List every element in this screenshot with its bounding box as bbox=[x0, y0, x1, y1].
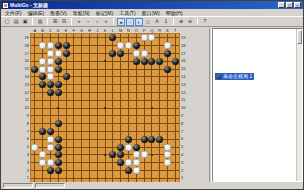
board-intersection[interactable] bbox=[39, 50, 47, 58]
board-intersection[interactable] bbox=[93, 65, 101, 73]
help-button[interactable]: ? bbox=[201, 18, 209, 26]
board-intersection[interactable] bbox=[125, 120, 133, 128]
board-intersection[interactable] bbox=[117, 128, 125, 136]
board-intersection[interactable] bbox=[39, 81, 47, 89]
board-intersection[interactable] bbox=[132, 73, 140, 81]
board-intersection[interactable] bbox=[125, 50, 133, 58]
board-intersection[interactable] bbox=[132, 65, 140, 73]
board-intersection[interactable] bbox=[140, 135, 148, 143]
board-intersection[interactable] bbox=[54, 65, 62, 73]
black-stone[interactable] bbox=[133, 144, 140, 151]
board-intersection[interactable] bbox=[54, 135, 62, 143]
board-intersection[interactable] bbox=[86, 128, 94, 136]
board-intersection[interactable] bbox=[93, 73, 101, 81]
zoom-in-button[interactable]: ⊕ bbox=[177, 18, 185, 26]
board-intersection[interactable] bbox=[101, 135, 109, 143]
board-intersection[interactable] bbox=[132, 89, 140, 97]
board-intersection[interactable] bbox=[148, 112, 156, 120]
board-intersection[interactable] bbox=[86, 57, 94, 65]
board-intersection[interactable] bbox=[109, 73, 117, 81]
menu-item[interactable]: 工具(T) bbox=[116, 9, 138, 17]
board-intersection[interactable] bbox=[132, 42, 140, 50]
black-stone[interactable] bbox=[55, 167, 62, 174]
board-intersection[interactable] bbox=[156, 96, 164, 104]
black-stone[interactable] bbox=[55, 136, 62, 143]
board-intersection[interactable] bbox=[93, 81, 101, 89]
board-intersection[interactable] bbox=[117, 151, 125, 159]
black-stone[interactable] bbox=[117, 159, 124, 166]
board-intersection[interactable] bbox=[109, 167, 117, 175]
menu-item[interactable]: 窗口(W) bbox=[139, 9, 163, 17]
tree-node-selected[interactable]: 未命名棋局 1 bbox=[215, 73, 254, 80]
white-stone[interactable] bbox=[125, 42, 132, 49]
board-intersection[interactable] bbox=[117, 73, 125, 81]
board-intersection[interactable] bbox=[47, 57, 55, 65]
board-intersection[interactable] bbox=[125, 174, 133, 182]
board-intersection[interactable] bbox=[39, 57, 47, 65]
board-intersection[interactable] bbox=[39, 120, 47, 128]
white-stone[interactable] bbox=[47, 50, 54, 57]
play-white-button[interactable]: ○ bbox=[126, 18, 134, 26]
board-intersection[interactable] bbox=[39, 174, 47, 182]
board-intersection[interactable] bbox=[78, 174, 86, 182]
board-intersection[interactable] bbox=[39, 112, 47, 120]
black-stone[interactable] bbox=[63, 50, 70, 57]
menu-item[interactable]: 查看(V) bbox=[47, 9, 70, 17]
board-intersection[interactable] bbox=[109, 151, 117, 159]
white-stone[interactable] bbox=[164, 159, 171, 166]
board-intersection[interactable] bbox=[156, 112, 164, 120]
board-intersection[interactable] bbox=[70, 81, 78, 89]
black-stone[interactable] bbox=[47, 167, 54, 174]
board-intersection[interactable] bbox=[47, 151, 55, 159]
board-intersection[interactable] bbox=[125, 42, 133, 50]
board-intersection[interactable] bbox=[62, 73, 70, 81]
board-intersection[interactable] bbox=[156, 151, 164, 159]
board-intersection[interactable] bbox=[148, 128, 156, 136]
board-intersection[interactable] bbox=[101, 96, 109, 104]
black-stone[interactable] bbox=[55, 144, 62, 151]
black-stone[interactable] bbox=[148, 136, 155, 143]
board-intersection[interactable] bbox=[164, 104, 172, 112]
board-intersection[interactable] bbox=[86, 151, 94, 159]
board-intersection[interactable] bbox=[164, 81, 172, 89]
board-intersection[interactable] bbox=[109, 120, 117, 128]
play-black-button[interactable]: ● bbox=[117, 18, 125, 26]
black-stone[interactable] bbox=[47, 128, 54, 135]
board-intersection[interactable] bbox=[78, 34, 86, 42]
board-intersection[interactable] bbox=[148, 73, 156, 81]
board-intersection[interactable] bbox=[93, 120, 101, 128]
board-intersection[interactable] bbox=[39, 34, 47, 42]
board-intersection[interactable] bbox=[47, 104, 55, 112]
white-stone[interactable] bbox=[47, 58, 54, 65]
board-intersection[interactable] bbox=[93, 89, 101, 97]
board-intersection[interactable] bbox=[54, 42, 62, 50]
board-intersection[interactable] bbox=[109, 104, 117, 112]
white-stone[interactable] bbox=[125, 144, 132, 151]
white-stone[interactable] bbox=[133, 151, 140, 158]
board-intersection[interactable] bbox=[31, 135, 39, 143]
white-stone[interactable] bbox=[164, 151, 171, 158]
black-stone[interactable] bbox=[31, 66, 38, 73]
board-intersection[interactable] bbox=[31, 128, 39, 136]
board-intersection[interactable] bbox=[140, 104, 148, 112]
board-intersection[interactable] bbox=[62, 151, 70, 159]
board-intersection[interactable] bbox=[117, 120, 125, 128]
board-intersection[interactable] bbox=[86, 73, 94, 81]
board-intersection[interactable] bbox=[93, 57, 101, 65]
board-intersection[interactable] bbox=[140, 89, 148, 97]
board-intersection[interactable] bbox=[78, 151, 86, 159]
black-stone[interactable] bbox=[47, 81, 54, 88]
board-intersection[interactable] bbox=[164, 167, 172, 175]
board-intersection[interactable] bbox=[171, 42, 179, 50]
menu-item[interactable]: 标记(M) bbox=[93, 9, 117, 17]
board-intersection[interactable] bbox=[148, 120, 156, 128]
board-intersection[interactable] bbox=[70, 57, 78, 65]
black-stone[interactable] bbox=[63, 73, 70, 80]
board-intersection[interactable] bbox=[39, 96, 47, 104]
black-stone[interactable] bbox=[117, 144, 124, 151]
board-intersection[interactable] bbox=[70, 174, 78, 182]
board-intersection[interactable] bbox=[117, 42, 125, 50]
board-intersection[interactable] bbox=[132, 143, 140, 151]
board-intersection[interactable] bbox=[140, 42, 148, 50]
board-intersection[interactable] bbox=[93, 174, 101, 182]
board-intersection[interactable] bbox=[93, 34, 101, 42]
board-intersection[interactable] bbox=[47, 159, 55, 167]
board-intersection[interactable] bbox=[171, 50, 179, 58]
board-intersection[interactable] bbox=[171, 159, 179, 167]
board-intersection[interactable] bbox=[101, 151, 109, 159]
board-intersection[interactable] bbox=[62, 104, 70, 112]
board-intersection[interactable] bbox=[164, 89, 172, 97]
board-intersection[interactable] bbox=[117, 143, 125, 151]
board-intersection[interactable] bbox=[171, 104, 179, 112]
board-intersection[interactable] bbox=[140, 112, 148, 120]
board-intersection[interactable] bbox=[164, 143, 172, 151]
board-intersection[interactable] bbox=[109, 65, 117, 73]
board-intersection[interactable] bbox=[125, 143, 133, 151]
board-intersection[interactable] bbox=[132, 50, 140, 58]
board-intersection[interactable] bbox=[164, 96, 172, 104]
board-intersection[interactable] bbox=[148, 34, 156, 42]
board-intersection[interactable] bbox=[164, 65, 172, 73]
board-intersection[interactable] bbox=[164, 151, 172, 159]
board-intersection[interactable] bbox=[109, 128, 117, 136]
board-intersection[interactable] bbox=[62, 34, 70, 42]
board-intersection[interactable] bbox=[171, 81, 179, 89]
save-button[interactable]: ▣ bbox=[21, 18, 29, 26]
board-intersection[interactable] bbox=[31, 89, 39, 97]
board-intersection[interactable] bbox=[171, 151, 179, 159]
board-intersection[interactable] bbox=[171, 34, 179, 42]
board-intersection[interactable] bbox=[70, 151, 78, 159]
board-intersection[interactable] bbox=[156, 104, 164, 112]
board-intersection[interactable] bbox=[148, 42, 156, 50]
board-intersection[interactable] bbox=[156, 135, 164, 143]
board-intersection[interactable] bbox=[125, 96, 133, 104]
board-intersection[interactable] bbox=[78, 89, 86, 97]
board-intersection[interactable] bbox=[132, 120, 140, 128]
black-stone[interactable] bbox=[164, 66, 171, 73]
board-intersection[interactable] bbox=[132, 81, 140, 89]
board-intersection[interactable] bbox=[125, 65, 133, 73]
board-intersection[interactable] bbox=[101, 42, 109, 50]
board-intersection[interactable] bbox=[62, 112, 70, 120]
board-intersection[interactable] bbox=[109, 143, 117, 151]
board-intersection[interactable] bbox=[109, 50, 117, 58]
board-intersection[interactable] bbox=[47, 112, 55, 120]
white-stone[interactable] bbox=[39, 42, 46, 49]
board-intersection[interactable] bbox=[132, 135, 140, 143]
white-stone[interactable] bbox=[133, 159, 140, 166]
board-intersection[interactable] bbox=[78, 65, 86, 73]
board-intersection[interactable] bbox=[31, 167, 39, 175]
board-intersection[interactable] bbox=[39, 167, 47, 175]
board-intersection[interactable] bbox=[156, 42, 164, 50]
black-stone[interactable] bbox=[63, 42, 70, 49]
new-button[interactable]: ▢ bbox=[3, 18, 11, 26]
black-stone[interactable] bbox=[55, 42, 62, 49]
board-intersection[interactable] bbox=[70, 112, 78, 120]
board-intersection[interactable] bbox=[47, 128, 55, 136]
board-intersection[interactable] bbox=[54, 112, 62, 120]
white-stone[interactable] bbox=[31, 144, 38, 151]
white-stone[interactable] bbox=[117, 42, 124, 49]
white-stone[interactable] bbox=[47, 159, 54, 166]
board-intersection[interactable] bbox=[86, 65, 94, 73]
board-intersection[interactable] bbox=[132, 128, 140, 136]
board-intersection[interactable] bbox=[164, 128, 172, 136]
board-intersection[interactable] bbox=[78, 81, 86, 89]
white-stone[interactable] bbox=[39, 66, 46, 73]
board-intersection[interactable] bbox=[93, 135, 101, 143]
board-intersection[interactable] bbox=[47, 81, 55, 89]
open-button[interactable]: ▤ bbox=[12, 18, 20, 26]
board-intersection[interactable] bbox=[101, 34, 109, 42]
board-intersection[interactable] bbox=[31, 81, 39, 89]
board-intersection[interactable] bbox=[109, 57, 117, 65]
board-intersection[interactable] bbox=[156, 89, 164, 97]
board-intersection[interactable] bbox=[132, 57, 140, 65]
board-intersection[interactable] bbox=[140, 120, 148, 128]
board-intersection[interactable] bbox=[156, 174, 164, 182]
black-stone[interactable] bbox=[39, 73, 46, 80]
board-intersection[interactable] bbox=[125, 104, 133, 112]
board-intersection[interactable] bbox=[62, 128, 70, 136]
board-intersection[interactable] bbox=[39, 42, 47, 50]
board-intersection[interactable] bbox=[31, 50, 39, 58]
board-intersection[interactable] bbox=[54, 159, 62, 167]
board-intersection[interactable] bbox=[171, 135, 179, 143]
board-intersection[interactable] bbox=[132, 159, 140, 167]
board-intersection[interactable] bbox=[54, 167, 62, 175]
board-intersection[interactable] bbox=[101, 89, 109, 97]
board-intersection[interactable] bbox=[78, 57, 86, 65]
black-stone[interactable] bbox=[39, 81, 46, 88]
board-intersection[interactable] bbox=[70, 42, 78, 50]
board-intersection[interactable] bbox=[156, 65, 164, 73]
menu-item[interactable]: 编辑(E) bbox=[24, 9, 47, 17]
board-intersection[interactable] bbox=[31, 65, 39, 73]
board-intersection[interactable] bbox=[47, 89, 55, 97]
black-stone[interactable] bbox=[55, 120, 62, 127]
board-intersection[interactable] bbox=[31, 104, 39, 112]
white-stone[interactable] bbox=[47, 42, 54, 49]
black-stone[interactable] bbox=[109, 34, 116, 41]
board-intersection[interactable] bbox=[31, 151, 39, 159]
board-intersection[interactable] bbox=[47, 73, 55, 81]
board-intersection[interactable] bbox=[54, 104, 62, 112]
board-intersection[interactable] bbox=[101, 104, 109, 112]
board-intersection[interactable] bbox=[70, 104, 78, 112]
board-intersection[interactable] bbox=[109, 159, 117, 167]
board-intersection[interactable] bbox=[93, 128, 101, 136]
board-intersection[interactable] bbox=[31, 120, 39, 128]
board-intersection[interactable] bbox=[156, 57, 164, 65]
board-intersection[interactable] bbox=[117, 65, 125, 73]
board-intersection[interactable] bbox=[109, 89, 117, 97]
white-stone[interactable] bbox=[133, 167, 140, 174]
board-intersection[interactable] bbox=[54, 96, 62, 104]
board-intersection[interactable] bbox=[101, 120, 109, 128]
black-stone[interactable] bbox=[55, 81, 62, 88]
black-stone[interactable] bbox=[55, 66, 62, 73]
board-intersection[interactable] bbox=[31, 96, 39, 104]
board-intersection[interactable] bbox=[86, 143, 94, 151]
board-intersection[interactable] bbox=[70, 159, 78, 167]
board-intersection[interactable] bbox=[47, 96, 55, 104]
board-intersection[interactable] bbox=[125, 135, 133, 143]
white-stone[interactable] bbox=[148, 34, 155, 41]
board-intersection[interactable] bbox=[117, 135, 125, 143]
board-intersection[interactable] bbox=[148, 50, 156, 58]
minimize-button[interactable]: _ bbox=[278, 2, 285, 8]
board-intersection[interactable] bbox=[156, 120, 164, 128]
board-intersection[interactable] bbox=[164, 159, 172, 167]
white-stone[interactable] bbox=[141, 151, 148, 158]
board-intersection[interactable] bbox=[140, 151, 148, 159]
board-intersection[interactable] bbox=[78, 128, 86, 136]
board-intersection[interactable] bbox=[39, 104, 47, 112]
board-intersection[interactable] bbox=[93, 112, 101, 120]
board-intersection[interactable] bbox=[125, 159, 133, 167]
board-intersection[interactable] bbox=[86, 104, 94, 112]
board-intersection[interactable] bbox=[148, 159, 156, 167]
board-intersection[interactable] bbox=[109, 81, 117, 89]
board-intersection[interactable] bbox=[54, 128, 62, 136]
black-stone[interactable] bbox=[47, 89, 54, 96]
prev-move-button[interactable]: ‹ bbox=[84, 18, 92, 26]
board-intersection[interactable] bbox=[86, 135, 94, 143]
board-intersection[interactable] bbox=[39, 143, 47, 151]
board-intersection[interactable] bbox=[78, 159, 86, 167]
print-button[interactable]: ▥ bbox=[36, 18, 44, 26]
white-stone[interactable] bbox=[55, 50, 62, 57]
board-intersection[interactable] bbox=[156, 167, 164, 175]
board-intersection[interactable] bbox=[125, 167, 133, 175]
board-intersection[interactable] bbox=[132, 151, 140, 159]
board-intersection[interactable] bbox=[70, 167, 78, 175]
board-intersection[interactable] bbox=[31, 112, 39, 120]
board-intersection[interactable] bbox=[140, 128, 148, 136]
board-intersection[interactable] bbox=[125, 151, 133, 159]
board-intersection[interactable] bbox=[164, 135, 172, 143]
board-intersection[interactable] bbox=[70, 50, 78, 58]
board-intersection[interactable] bbox=[70, 96, 78, 104]
white-stone[interactable] bbox=[164, 144, 171, 151]
black-stone[interactable] bbox=[55, 151, 62, 158]
black-stone[interactable] bbox=[133, 58, 140, 65]
board-intersection[interactable] bbox=[62, 135, 70, 143]
board-intersection[interactable] bbox=[117, 89, 125, 97]
board-intersection[interactable] bbox=[156, 81, 164, 89]
board-intersection[interactable] bbox=[39, 135, 47, 143]
board-intersection[interactable] bbox=[132, 167, 140, 175]
menu-item[interactable]: 文件(F) bbox=[2, 9, 24, 17]
board-intersection[interactable] bbox=[140, 73, 148, 81]
board-intersection[interactable] bbox=[54, 143, 62, 151]
board-intersection[interactable] bbox=[62, 65, 70, 73]
board-intersection[interactable] bbox=[140, 34, 148, 42]
board-intersection[interactable] bbox=[31, 159, 39, 167]
board-intersection[interactable] bbox=[93, 96, 101, 104]
white-stone[interactable] bbox=[164, 42, 171, 49]
board-intersection[interactable] bbox=[171, 174, 179, 182]
board-intersection[interactable] bbox=[156, 159, 164, 167]
white-stone[interactable] bbox=[39, 151, 46, 158]
black-stone[interactable] bbox=[109, 50, 116, 57]
board-intersection[interactable] bbox=[132, 104, 140, 112]
black-stone[interactable] bbox=[109, 151, 116, 158]
board-intersection[interactable] bbox=[171, 57, 179, 65]
board-intersection[interactable] bbox=[117, 34, 125, 42]
board-intersection[interactable] bbox=[156, 34, 164, 42]
board-intersection[interactable] bbox=[171, 96, 179, 104]
board-intersection[interactable] bbox=[78, 50, 86, 58]
board-intersection[interactable] bbox=[70, 65, 78, 73]
board-intersection[interactable] bbox=[125, 81, 133, 89]
board-intersection[interactable] bbox=[47, 34, 55, 42]
board-intersection[interactable] bbox=[86, 96, 94, 104]
board-intersection[interactable] bbox=[156, 128, 164, 136]
board-intersection[interactable] bbox=[109, 34, 117, 42]
board-intersection[interactable] bbox=[101, 81, 109, 89]
board-intersection[interactable] bbox=[148, 143, 156, 151]
board-intersection[interactable] bbox=[140, 167, 148, 175]
black-stone[interactable] bbox=[164, 50, 171, 57]
board-intersection[interactable] bbox=[140, 81, 148, 89]
board-intersection[interactable] bbox=[109, 96, 117, 104]
board-intersection[interactable] bbox=[54, 34, 62, 42]
white-stone[interactable] bbox=[141, 34, 148, 41]
board-intersection[interactable] bbox=[101, 73, 109, 81]
board-intersection[interactable] bbox=[148, 96, 156, 104]
board-intersection[interactable] bbox=[86, 89, 94, 97]
board-intersection[interactable] bbox=[140, 174, 148, 182]
board-intersection[interactable] bbox=[86, 42, 94, 50]
black-stone[interactable] bbox=[156, 58, 163, 65]
black-stone[interactable] bbox=[141, 136, 148, 143]
board-intersection[interactable] bbox=[62, 81, 70, 89]
white-stone[interactable] bbox=[47, 73, 54, 80]
board-intersection[interactable] bbox=[140, 57, 148, 65]
black-stone[interactable] bbox=[117, 151, 124, 158]
board-intersection[interactable] bbox=[101, 167, 109, 175]
black-stone[interactable] bbox=[125, 167, 132, 174]
